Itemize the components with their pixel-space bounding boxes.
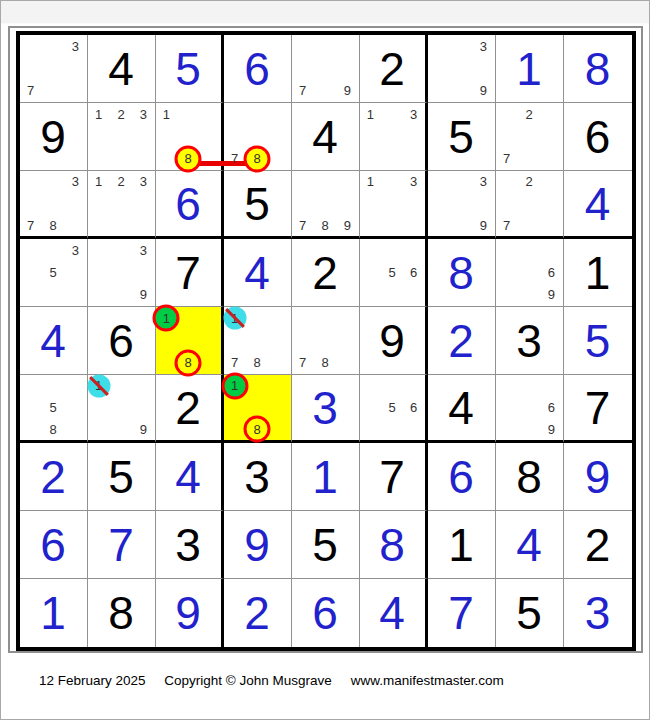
cell-r2c9[interactable]: 6 bbox=[564, 103, 632, 171]
cell-r5c5[interactable]: 78 bbox=[292, 307, 360, 375]
cell-r3c8[interactable]: 27 bbox=[496, 171, 564, 239]
pos-1-empty bbox=[428, 171, 450, 193]
pos-9: 9 bbox=[540, 284, 562, 306]
candidates: 39 bbox=[428, 171, 495, 236]
header-strip bbox=[1, 1, 649, 24]
cell-r1c1[interactable]: 37 bbox=[20, 35, 88, 103]
cell-r1c8[interactable]: 1 bbox=[496, 35, 564, 103]
solved-digit: 6 bbox=[292, 579, 359, 647]
pos-2-empty bbox=[381, 171, 403, 193]
cell-r8c5[interactable]: 5 bbox=[292, 511, 360, 579]
cell-r3c3[interactable]: 6 bbox=[156, 171, 224, 239]
candidates: 123 bbox=[88, 103, 155, 170]
pos-9-empty bbox=[199, 148, 221, 170]
candidate-circled-red: 8 bbox=[253, 151, 260, 166]
pos-5-empty bbox=[110, 397, 132, 419]
pos-3-empty bbox=[199, 103, 221, 125]
candidate: 7 bbox=[27, 83, 34, 98]
cell-r5c9[interactable]: 5 bbox=[564, 307, 632, 375]
pos-3-empty bbox=[132, 375, 154, 397]
cell-r1c7[interactable]: 39 bbox=[428, 35, 496, 103]
pos-5-empty bbox=[381, 125, 403, 147]
solved-digit: 1 bbox=[292, 443, 359, 510]
pos-8-empty bbox=[381, 418, 403, 440]
cell-r4c8[interactable]: 69 bbox=[496, 239, 564, 307]
pos-2: 2 bbox=[518, 171, 540, 193]
cell-r5c2[interactable]: 6 bbox=[88, 307, 156, 375]
cell-r2c1[interactable]: 9 bbox=[20, 103, 88, 171]
pos-3: 3 bbox=[132, 171, 154, 193]
pos-8-empty bbox=[381, 214, 403, 236]
pos-8: 8 bbox=[314, 352, 336, 374]
pos-8-empty bbox=[518, 214, 540, 236]
pos-2-empty bbox=[518, 375, 540, 397]
pos-7: 7 bbox=[20, 214, 42, 236]
pos-1: 1 bbox=[360, 103, 382, 125]
cell-r4c6[interactable]: 56 bbox=[360, 239, 428, 307]
given-digit: 1 bbox=[564, 239, 632, 306]
candidate: 9 bbox=[480, 83, 487, 98]
pos-7: 7 bbox=[224, 148, 246, 170]
candidates: 69 bbox=[496, 239, 563, 306]
candidate: 6 bbox=[548, 265, 555, 280]
given-digit: 5 bbox=[428, 103, 495, 170]
pos-7-empty bbox=[428, 214, 450, 236]
pos-4-empty bbox=[224, 125, 246, 147]
footer-date: 12 February 2025 bbox=[39, 673, 146, 688]
pos-6: 6 bbox=[540, 397, 562, 419]
cell-r6c1[interactable]: 58 bbox=[20, 375, 88, 443]
pos-7: 7 bbox=[292, 214, 314, 236]
cell-r5c1[interactable]: 4 bbox=[20, 307, 88, 375]
given-digit: 9 bbox=[360, 307, 425, 374]
cell-r4c3[interactable]: 7 bbox=[156, 239, 224, 307]
candidates: 39 bbox=[88, 239, 155, 306]
pos-8-empty bbox=[42, 284, 64, 306]
pos-8: 8 bbox=[177, 352, 199, 374]
pos-2: 2 bbox=[110, 171, 132, 193]
pos-2: 2 bbox=[110, 103, 132, 125]
pos-5: 5 bbox=[42, 397, 64, 419]
pos-1: 1 bbox=[88, 375, 110, 397]
cell-r2c6[interactable]: 13 bbox=[360, 103, 428, 171]
candidate: 2 bbox=[525, 107, 532, 122]
solved-digit: 9 bbox=[156, 579, 221, 647]
candidates: 58 bbox=[20, 375, 87, 440]
pos-7-empty bbox=[20, 284, 42, 306]
pos-3-empty bbox=[336, 35, 358, 57]
pos-8-empty bbox=[381, 284, 403, 306]
cell-r1c3[interactable]: 5 bbox=[156, 35, 224, 103]
pos-1-empty bbox=[88, 239, 110, 261]
pos-2-empty bbox=[177, 307, 199, 329]
cell-r9c1[interactable]: 1 bbox=[20, 579, 88, 647]
cell-r3c5[interactable]: 789 bbox=[292, 171, 360, 239]
pos-1-empty bbox=[292, 35, 314, 57]
cell-r7c3[interactable]: 4 bbox=[156, 443, 224, 511]
pos-5-empty bbox=[42, 57, 64, 79]
pos-4-empty bbox=[88, 261, 110, 283]
given-digit: 4 bbox=[428, 375, 495, 440]
cell-r8c6[interactable]: 8 bbox=[360, 511, 428, 579]
candidate: 3 bbox=[140, 243, 147, 258]
pos-6-empty bbox=[540, 125, 562, 147]
pos-3: 3 bbox=[472, 171, 494, 193]
candidate: 7 bbox=[503, 151, 510, 166]
pos-2-empty bbox=[177, 103, 199, 125]
solved-digit: 8 bbox=[428, 239, 495, 306]
cell-r7c9[interactable]: 9 bbox=[564, 443, 632, 511]
pos-8-empty bbox=[450, 80, 472, 102]
pos-3-empty bbox=[540, 239, 562, 261]
pos-2-empty bbox=[42, 239, 64, 261]
cell-r6c6[interactable]: 56 bbox=[360, 375, 428, 443]
pos-9-empty bbox=[268, 418, 290, 440]
pos-1-empty bbox=[224, 103, 246, 125]
cell-r7c5[interactable]: 1 bbox=[292, 443, 360, 511]
given-digit: 1 bbox=[428, 511, 495, 578]
solved-digit: 8 bbox=[360, 511, 425, 578]
pos-8: 8 bbox=[246, 352, 268, 374]
pos-5-empty bbox=[518, 397, 540, 419]
candidate: 5 bbox=[49, 265, 56, 280]
pos-4-empty bbox=[20, 57, 42, 79]
cell-r7c4[interactable]: 3 bbox=[224, 443, 292, 511]
pos-3-empty bbox=[268, 375, 290, 397]
pos-8-empty bbox=[518, 148, 540, 170]
cell-r3c6[interactable]: 13 bbox=[360, 171, 428, 239]
pos-3-empty bbox=[336, 171, 358, 193]
pos-4-empty bbox=[292, 193, 314, 215]
solved-digit: 1 bbox=[20, 579, 87, 647]
pos-1: 1 bbox=[88, 171, 110, 193]
cell-r9c9[interactable]: 3 bbox=[564, 579, 632, 647]
candidate: 7 bbox=[299, 218, 306, 233]
pos-7: 7 bbox=[292, 80, 314, 102]
candidates: 27 bbox=[496, 103, 563, 170]
candidate: 2 bbox=[117, 107, 124, 122]
pos-7-empty bbox=[360, 284, 382, 306]
pos-9-empty bbox=[336, 352, 358, 374]
pos-8: 8 bbox=[177, 148, 199, 170]
pos-1-empty bbox=[496, 375, 518, 397]
pos-5-empty bbox=[314, 193, 336, 215]
pos-8-empty bbox=[110, 148, 132, 170]
cell-r4c5[interactable]: 2 bbox=[292, 239, 360, 307]
pos-3: 3 bbox=[403, 171, 425, 193]
cell-r9c8[interactable]: 5 bbox=[496, 579, 564, 647]
pos-8-empty bbox=[518, 418, 540, 440]
candidate: 1 bbox=[163, 107, 170, 122]
cell-r8c8[interactable]: 4 bbox=[496, 511, 564, 579]
pos-9-empty bbox=[64, 214, 86, 236]
pos-2-empty bbox=[42, 35, 64, 57]
pos-1: 1 bbox=[156, 103, 178, 125]
pos-2-empty bbox=[381, 103, 403, 125]
pos-9-empty bbox=[403, 148, 425, 170]
pos-4-empty bbox=[428, 193, 450, 215]
pos-9: 9 bbox=[132, 284, 154, 306]
pos-4-empty bbox=[20, 397, 42, 419]
pos-5-empty bbox=[450, 193, 472, 215]
pos-9-empty bbox=[540, 148, 562, 170]
pos-4-empty bbox=[496, 193, 518, 215]
pos-2-empty bbox=[314, 307, 336, 329]
pos-5-empty bbox=[110, 125, 132, 147]
cell-r2c2[interactable]: 123 bbox=[88, 103, 156, 171]
pos-8-empty bbox=[110, 284, 132, 306]
pos-6-empty bbox=[403, 193, 425, 215]
pos-1-empty bbox=[428, 35, 450, 57]
cell-r3c2[interactable]: 123 bbox=[88, 171, 156, 239]
pos-3-empty bbox=[403, 375, 425, 397]
pos-4-empty bbox=[224, 329, 246, 351]
pos-9-empty bbox=[64, 284, 86, 306]
footer: 12 February 2025 Copyright © John Musgra… bbox=[39, 673, 519, 688]
pos-8-empty bbox=[42, 80, 64, 102]
pos-3: 3 bbox=[472, 35, 494, 57]
pos-6-empty bbox=[64, 57, 86, 79]
cell-r8c2[interactable]: 7 bbox=[88, 511, 156, 579]
pos-5: 5 bbox=[42, 261, 64, 283]
solved-digit: 9 bbox=[564, 443, 632, 510]
pos-9-empty bbox=[64, 80, 86, 102]
pos-6: 6 bbox=[403, 397, 425, 419]
pos-5-empty bbox=[450, 57, 472, 79]
cell-r5c4[interactable]: 178 bbox=[224, 307, 292, 375]
solved-digit: 7 bbox=[88, 511, 155, 578]
solved-digit: 5 bbox=[156, 35, 221, 102]
pos-1-empty bbox=[20, 375, 42, 397]
candidate: 1 bbox=[95, 107, 102, 122]
pos-1-empty bbox=[20, 239, 42, 261]
board-frame: 3745679239189123187841352763781236578913… bbox=[8, 26, 643, 653]
sudoku-board: 3745679239189123187841352763781236578913… bbox=[16, 31, 636, 651]
cell-r3c4[interactable]: 5 bbox=[224, 171, 292, 239]
given-digit: 3 bbox=[156, 511, 221, 578]
solved-digit: 2 bbox=[20, 443, 87, 510]
candidate-circled-red: 8 bbox=[184, 151, 191, 166]
cell-r7c2[interactable]: 5 bbox=[88, 443, 156, 511]
pos-9-empty bbox=[268, 352, 290, 374]
cell-r9c5[interactable]: 6 bbox=[292, 579, 360, 647]
cell-r4c2[interactable]: 39 bbox=[88, 239, 156, 307]
pos-7-empty bbox=[496, 284, 518, 306]
cell-r5c7[interactable]: 2 bbox=[428, 307, 496, 375]
pos-3-empty bbox=[64, 375, 86, 397]
page: 3745679239189123187841352763781236578913… bbox=[0, 0, 650, 720]
pos-2-empty bbox=[381, 375, 403, 397]
cell-r2c8[interactable]: 27 bbox=[496, 103, 564, 171]
pos-8: 8 bbox=[42, 214, 64, 236]
pos-9-empty bbox=[132, 148, 154, 170]
cell-r5c3[interactable]: 18 bbox=[156, 307, 224, 375]
pos-4-empty bbox=[496, 125, 518, 147]
cell-r2c4[interactable]: 78 bbox=[224, 103, 292, 171]
cell-r9c2[interactable]: 8 bbox=[88, 579, 156, 647]
pos-3-empty bbox=[199, 307, 221, 329]
pos-6-empty bbox=[336, 193, 358, 215]
solved-digit: 2 bbox=[428, 307, 495, 374]
pos-1-empty bbox=[292, 307, 314, 329]
pos-7-empty bbox=[428, 80, 450, 102]
candidates: 123 bbox=[88, 171, 155, 236]
candidate: 8 bbox=[49, 218, 56, 233]
cell-r6c4[interactable]: 18 bbox=[224, 375, 292, 443]
pos-8-empty bbox=[518, 284, 540, 306]
cell-r7c6[interactable]: 7 bbox=[360, 443, 428, 511]
candidate: 7 bbox=[299, 83, 306, 98]
cell-r3c7[interactable]: 39 bbox=[428, 171, 496, 239]
pos-8-empty bbox=[381, 148, 403, 170]
given-digit: 4 bbox=[88, 35, 155, 102]
cell-r9c3[interactable]: 9 bbox=[156, 579, 224, 647]
pos-2-empty bbox=[110, 375, 132, 397]
pos-2-empty bbox=[110, 239, 132, 261]
pos-7-empty bbox=[496, 418, 518, 440]
pos-6-empty bbox=[64, 261, 86, 283]
pos-7: 7 bbox=[496, 148, 518, 170]
cell-r6c5[interactable]: 3 bbox=[292, 375, 360, 443]
solved-digit: 3 bbox=[292, 375, 359, 440]
pos-6: 6 bbox=[540, 261, 562, 283]
given-digit: 6 bbox=[564, 103, 632, 170]
cell-r1c6[interactable]: 2 bbox=[360, 35, 428, 103]
cell-r1c9[interactable]: 8 bbox=[564, 35, 632, 103]
cell-r8c7[interactable]: 1 bbox=[428, 511, 496, 579]
pos-3-empty bbox=[540, 171, 562, 193]
pos-1-empty bbox=[292, 171, 314, 193]
candidate: 9 bbox=[344, 218, 351, 233]
pos-7-empty bbox=[88, 148, 110, 170]
solved-digit: 4 bbox=[496, 511, 563, 578]
pos-5-empty bbox=[246, 125, 268, 147]
pos-9: 9 bbox=[132, 418, 154, 440]
candidate: 8 bbox=[321, 218, 328, 233]
candidate: 5 bbox=[388, 265, 395, 280]
candidate: 3 bbox=[410, 107, 417, 122]
pos-3: 3 bbox=[64, 171, 86, 193]
cell-r9c7[interactable]: 7 bbox=[428, 579, 496, 647]
cell-r7c7[interactable]: 6 bbox=[428, 443, 496, 511]
cell-r1c5[interactable]: 79 bbox=[292, 35, 360, 103]
solved-digit: 5 bbox=[564, 307, 632, 374]
cell-r1c4[interactable]: 6 bbox=[224, 35, 292, 103]
candidate-circled-green: 1 bbox=[231, 378, 238, 393]
pos-5-empty bbox=[314, 329, 336, 351]
cell-r6c7[interactable]: 4 bbox=[428, 375, 496, 443]
pos-7-empty bbox=[88, 418, 110, 440]
pos-2-empty bbox=[450, 171, 472, 193]
cell-r9c4[interactable]: 2 bbox=[224, 579, 292, 647]
candidates: 56 bbox=[360, 375, 425, 440]
pos-7-empty bbox=[360, 148, 382, 170]
pos-9-empty bbox=[403, 418, 425, 440]
pos-1-empty bbox=[20, 35, 42, 57]
cell-r5c6[interactable]: 9 bbox=[360, 307, 428, 375]
pos-8: 8 bbox=[314, 214, 336, 236]
pos-4-empty bbox=[88, 397, 110, 419]
solved-digit: 3 bbox=[564, 579, 632, 647]
cell-r4c4[interactable]: 4 bbox=[224, 239, 292, 307]
pos-4-empty bbox=[360, 397, 382, 419]
candidate: 1 bbox=[367, 174, 374, 189]
pos-2-empty bbox=[246, 103, 268, 125]
cell-r1c2[interactable]: 4 bbox=[88, 35, 156, 103]
pos-6-empty bbox=[199, 125, 221, 147]
pos-4-empty bbox=[360, 261, 382, 283]
solved-digit: 6 bbox=[156, 171, 221, 236]
candidate: 3 bbox=[140, 107, 147, 122]
cell-r2c5[interactable]: 4 bbox=[292, 103, 360, 171]
cell-r8c1[interactable]: 6 bbox=[20, 511, 88, 579]
candidate-circled-red: 8 bbox=[253, 422, 260, 437]
candidate: 9 bbox=[140, 287, 147, 302]
cell-r3c9[interactable]: 4 bbox=[564, 171, 632, 239]
pos-9-empty bbox=[199, 352, 221, 374]
given-digit: 2 bbox=[156, 375, 221, 440]
cell-r6c3[interactable]: 2 bbox=[156, 375, 224, 443]
cell-r6c2[interactable]: 19 bbox=[88, 375, 156, 443]
cell-r7c1[interactable]: 2 bbox=[20, 443, 88, 511]
given-digit: 7 bbox=[564, 375, 632, 440]
candidates: 79 bbox=[292, 35, 359, 102]
pos-4-empty bbox=[292, 57, 314, 79]
cell-r2c7[interactable]: 5 bbox=[428, 103, 496, 171]
pos-3: 3 bbox=[403, 103, 425, 125]
cell-r8c3[interactable]: 3 bbox=[156, 511, 224, 579]
cell-r4c7[interactable]: 8 bbox=[428, 239, 496, 307]
pos-5-empty bbox=[518, 125, 540, 147]
given-digit: 8 bbox=[496, 443, 563, 510]
pos-6-empty bbox=[64, 193, 86, 215]
candidate: 9 bbox=[480, 218, 487, 233]
cell-r8c4[interactable]: 9 bbox=[224, 511, 292, 579]
pos-5-empty bbox=[246, 329, 268, 351]
cell-r5c8[interactable]: 3 bbox=[496, 307, 564, 375]
pos-9-empty bbox=[540, 214, 562, 236]
pos-3: 3 bbox=[64, 239, 86, 261]
cell-r3c1[interactable]: 378 bbox=[20, 171, 88, 239]
cell-r8c9[interactable]: 2 bbox=[564, 511, 632, 579]
pos-6-empty bbox=[472, 57, 494, 79]
candidate: 8 bbox=[49, 422, 56, 437]
candidates: 35 bbox=[20, 239, 87, 306]
cell-r9c6[interactable]: 4 bbox=[360, 579, 428, 647]
pos-7: 7 bbox=[292, 352, 314, 374]
candidate: 5 bbox=[49, 400, 56, 415]
pos-9: 9 bbox=[472, 214, 494, 236]
candidate: 3 bbox=[140, 174, 147, 189]
pos-3-empty bbox=[540, 103, 562, 125]
footer-website: www.manifestmaster.com bbox=[351, 673, 504, 688]
given-digit: 2 bbox=[564, 511, 632, 578]
pos-7-empty bbox=[360, 418, 382, 440]
cell-r7c8[interactable]: 8 bbox=[496, 443, 564, 511]
cell-r4c9[interactable]: 1 bbox=[564, 239, 632, 307]
solved-digit: 6 bbox=[20, 511, 87, 578]
pos-4-empty bbox=[496, 397, 518, 419]
candidates: 37 bbox=[20, 35, 87, 102]
pos-1-empty bbox=[20, 171, 42, 193]
pos-2-empty bbox=[314, 171, 336, 193]
pos-6-empty bbox=[64, 397, 86, 419]
pos-7-empty bbox=[88, 284, 110, 306]
cell-r4c1[interactable]: 35 bbox=[20, 239, 88, 307]
cell-r6c8[interactable]: 69 bbox=[496, 375, 564, 443]
pos-5-empty bbox=[177, 329, 199, 351]
cell-r6c9[interactable]: 7 bbox=[564, 375, 632, 443]
